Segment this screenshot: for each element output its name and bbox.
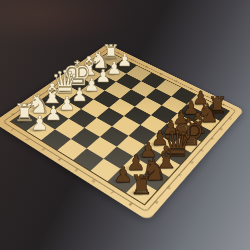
pieces-layer: ♜♟♟♜♞♟♟♞♝♟♟♝♚♟♟♚♛♟♟♛♝♟♟♝♞♟♟♞♜♟♟♜ bbox=[0, 0, 250, 250]
piece-black-rook: ♜ bbox=[130, 172, 154, 199]
piece-white-pawn: ♟ bbox=[31, 114, 49, 134]
photo-scene: 1122334455667788hhggffeeddccbbaa ♜♟♟♜♞♟♟… bbox=[0, 0, 250, 250]
